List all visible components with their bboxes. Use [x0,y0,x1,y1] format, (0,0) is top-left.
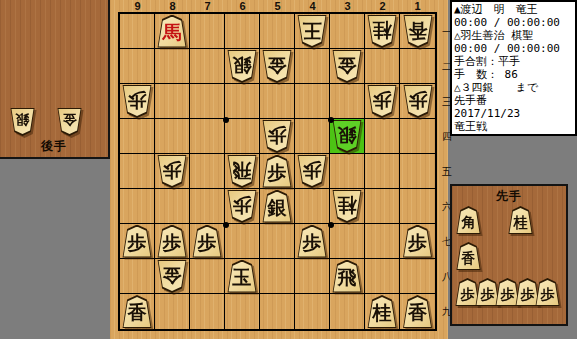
file-label-8: 8 [155,0,190,12]
koma-kanji: 銀 [16,109,30,133]
file-label-1: 1 [400,0,435,12]
square-38[interactable]: 飛 [330,259,365,294]
square-58[interactable] [260,259,295,294]
square-69[interactable] [225,294,260,329]
koma-kanji: 桂 [373,15,392,45]
koma-kanji: 飛 [338,263,357,293]
koma-wrap: 銀 [262,190,292,223]
koma-kanji: 歩 [461,282,475,306]
file-label-5: 5 [260,0,295,12]
hand-piece-gote-金-1[interactable]: 金 [57,108,82,136]
square-18[interactable] [400,259,435,294]
square-11[interactable]: 香 [400,14,435,49]
square-34[interactable]: 銀 [330,119,365,154]
square-24[interactable] [365,119,400,154]
koma-wrap: 歩 [262,120,292,153]
square-99[interactable]: 香 [120,294,155,329]
square-46[interactable] [295,189,330,224]
file-label-2: 2 [365,0,400,12]
square-17[interactable]: 歩 [400,224,435,259]
koma-wrap: 銀 [332,120,362,153]
koma-kanji: 歩 [163,228,182,258]
koma-kanji: 歩 [163,155,182,185]
koma-sente-玉-68[interactable]: 玉 [227,260,257,293]
square-67[interactable] [225,224,260,259]
square-93[interactable]: 歩 [120,84,155,119]
square-64[interactable] [225,119,260,154]
koma-gote-歩-45[interactable]: 歩 [297,155,327,188]
square-31[interactable] [330,14,365,49]
square-23[interactable]: 歩 [365,84,400,119]
koma-wrap: 香 [403,295,433,328]
square-72[interactable] [190,49,225,84]
koma-wrap: 歩 [367,85,397,118]
koma-wrap: 香 [403,15,433,48]
koma-wrap: 桂 [367,295,397,328]
hoshi-dot [223,222,229,228]
square-65[interactable]: 飛 [225,154,260,189]
event-line: 竜王戦 [454,120,573,133]
file-label-6: 6 [225,0,260,12]
square-84[interactable] [155,119,190,154]
koma-kanji: 銀 [268,193,287,223]
square-61[interactable] [225,14,260,49]
koma-kanji: 歩 [303,155,322,185]
file-label-4: 4 [295,0,330,12]
koma-kanji: 歩 [233,190,252,220]
koma-wrap: 歩 [262,155,292,188]
koma-kanji: 銀 [338,120,357,150]
koma-wrap: 歩 [157,225,187,258]
koma-kanji: 歩 [521,282,535,306]
square-42[interactable] [295,49,330,84]
hand-piece-gote-銀-0[interactable]: 銀 [10,108,35,136]
koma-wrap: 金 [332,50,362,83]
koma-sente-角[interactable]: 角 [456,206,481,234]
square-73[interactable] [190,84,225,119]
square-43[interactable] [295,84,330,119]
koma-kanji: 馬 [163,18,182,48]
last-move-line: △３四銀 まで [454,81,573,94]
square-36[interactable]: 桂 [330,189,365,224]
koma-kanji: 角 [462,210,476,234]
square-41[interactable]: 王 [295,14,330,49]
koma-wrap: 歩 [403,225,433,258]
koma-wrap: 桂 [332,190,362,223]
koma-sente-飛-38[interactable]: 飛 [332,260,362,293]
koma-kanji: 歩 [198,228,217,258]
koma-gote-金[interactable]: 金 [57,108,82,136]
koma-wrap: 歩 [535,278,560,306]
game-info-panel: ▲渡辺 明 竜王00:00 / 00:00:00△羽生善治 棋聖00:00 / … [450,0,577,136]
koma-wrap: 歩 [297,155,327,188]
koma-gote-銀[interactable]: 銀 [10,108,35,136]
koma-kanji: 歩 [128,228,147,258]
koma-sente-香[interactable]: 香 [456,242,481,270]
square-68[interactable]: 玉 [225,259,260,294]
move-count-line: 手 数： 86 [454,68,573,81]
koma-wrap: 香 [122,295,152,328]
koma-wrap: 歩 [297,225,327,258]
koma-kanji: 歩 [408,228,427,258]
koma-sente-香-19[interactable]: 香 [403,295,433,328]
shogi-board-panel: 987654321 馬王桂香銀金金歩歩歩歩銀歩飛歩歩歩銀桂歩歩歩歩歩金玉飛香桂香… [110,0,448,339]
hand-piece-sente-香-2[interactable]: 香 [456,242,481,270]
hand-piece-sente-歩-7[interactable]: 歩 [535,278,560,306]
square-53[interactable] [260,84,295,119]
koma-kanji: 歩 [541,282,555,306]
hoshi-dot [223,117,229,123]
square-32[interactable]: 金 [330,49,365,84]
koma-wrap: 角 [456,206,481,234]
koma-wrap: 飛 [332,260,362,293]
square-62[interactable]: 銀 [225,49,260,84]
koma-sente-桂[interactable]: 桂 [508,206,533,234]
koma-gote-歩-54[interactable]: 歩 [262,120,292,153]
square-97[interactable]: 歩 [120,224,155,259]
square-94[interactable] [120,119,155,154]
file-labels: 987654321 [120,0,435,12]
koma-kanji: 金 [63,109,77,133]
koma-wrap: 歩 [122,85,152,118]
koma-gote-金-32[interactable]: 金 [332,50,362,83]
koma-kanji: 金 [338,50,357,80]
square-87[interactable]: 歩 [155,224,190,259]
koma-kanji: 歩 [128,85,147,115]
koma-gote-金-88[interactable]: 金 [157,260,187,293]
koma-wrap: 飛 [227,155,257,188]
square-19[interactable]: 香 [400,294,435,329]
square-44[interactable] [295,119,330,154]
koma-kanji: 香 [408,15,427,45]
square-74[interactable] [190,119,225,154]
turn-line: 先手番 [454,94,573,107]
koma-kanji: 金 [268,50,287,80]
hoshi-dot [328,117,334,123]
koma-wrap: 歩 [227,190,257,223]
gote-hand-tray: 後手 銀金 [0,0,110,159]
koma-wrap: 桂 [367,15,397,48]
square-54[interactable]: 歩 [260,119,295,154]
square-25[interactable] [365,154,400,189]
koma-kanji: 桂 [373,298,392,328]
koma-wrap: 馬 [157,15,187,48]
square-95[interactable] [120,154,155,189]
koma-kanji: 歩 [501,282,515,306]
square-78[interactable] [190,259,225,294]
hand-piece-sente-桂-1[interactable]: 桂 [508,206,533,234]
square-79[interactable] [190,294,225,329]
koma-gote-香-11[interactable]: 香 [403,15,433,48]
koma-gote-桂-21[interactable]: 桂 [367,15,397,48]
square-76[interactable] [190,189,225,224]
koma-sente-歩[interactable]: 歩 [535,278,560,306]
koma-kanji: 金 [163,260,182,290]
koma-kanji: 歩 [481,282,495,306]
koma-kanji: 歩 [373,85,392,115]
file-label-9: 9 [120,0,155,12]
koma-kanji: 香 [408,298,427,328]
sente-hand-tray: 先手 角桂香歩歩歩歩歩 [450,184,568,326]
square-83[interactable] [155,84,190,119]
koma-kanji: 桂 [338,190,357,220]
koma-wrap: 歩 [192,225,222,258]
koma-wrap: 桂 [508,206,533,234]
koma-sente-歩-77[interactable]: 歩 [192,225,222,258]
sente-clock-line: 00:00 / 00:00:00 [454,16,573,29]
koma-wrap: 銀 [10,108,35,136]
koma-sente-歩-47[interactable]: 歩 [297,225,327,258]
square-91[interactable] [120,14,155,49]
koma-kanji: 桂 [514,210,528,234]
square-47[interactable]: 歩 [295,224,330,259]
koma-kanji: 王 [303,15,322,45]
square-92[interactable] [120,49,155,84]
square-39[interactable] [330,294,365,329]
sente-player-line: ▲渡辺 明 竜王 [454,3,573,16]
square-66[interactable]: 歩 [225,189,260,224]
square-89[interactable] [155,294,190,329]
square-33[interactable] [330,84,365,119]
square-16[interactable] [400,189,435,224]
koma-sente-馬-81[interactable]: 馬 [157,15,187,48]
square-37[interactable] [330,224,365,259]
square-13[interactable]: 歩 [400,84,435,119]
koma-wrap: 銀 [227,50,257,83]
koma-sente-桂-29[interactable]: 桂 [367,295,397,328]
koma-kanji: 歩 [408,85,427,115]
koma-kanji: 香 [462,246,476,270]
koma-gote-歩-13[interactable]: 歩 [403,85,433,118]
hoshi-dot [328,222,334,228]
square-82[interactable] [155,49,190,84]
koma-kanji: 銀 [233,50,252,80]
square-55[interactable]: 歩 [260,154,295,189]
koma-kanji: 飛 [233,155,252,185]
koma-sente-銀-56[interactable]: 銀 [262,190,292,223]
square-14[interactable] [400,119,435,154]
square-35[interactable] [330,154,365,189]
square-75[interactable] [190,154,225,189]
square-88[interactable]: 金 [155,259,190,294]
koma-gote-飛-65[interactable]: 飛 [227,155,257,188]
koma-wrap: 金 [262,50,292,83]
square-12[interactable] [400,49,435,84]
square-22[interactable] [365,49,400,84]
gote-player-line: △羽生善治 棋聖 [454,29,573,42]
square-15[interactable] [400,154,435,189]
koma-wrap: 香 [456,242,481,270]
koma-kanji: 香 [128,298,147,328]
square-63[interactable] [225,84,260,119]
date-line: 2017/11/23 [454,107,573,120]
square-56[interactable]: 銀 [260,189,295,224]
koma-gote-歩-85[interactable]: 歩 [157,155,187,188]
square-71[interactable] [190,14,225,49]
koma-wrap: 金 [57,108,82,136]
koma-gote-歩-23[interactable]: 歩 [367,85,397,118]
koma-gote-銀-34[interactable]: 銀 [332,120,362,153]
board-grid: 馬王桂香銀金金歩歩歩歩銀歩飛歩歩歩銀桂歩歩歩歩歩金玉飛香桂香 [118,12,437,331]
koma-wrap: 王 [297,15,327,48]
koma-sente-歩-87[interactable]: 歩 [157,225,187,258]
sente-tray-label: 先手 [452,188,566,205]
square-28[interactable] [365,259,400,294]
koma-gote-銀-62[interactable]: 銀 [227,50,257,83]
square-77[interactable]: 歩 [190,224,225,259]
square-59[interactable] [260,294,295,329]
handicap-line: 手合割：平手 [454,55,573,68]
koma-wrap: 歩 [403,85,433,118]
square-85[interactable]: 歩 [155,154,190,189]
hand-piece-sente-角-0[interactable]: 角 [456,206,481,234]
koma-gote-歩-93[interactable]: 歩 [122,85,152,118]
square-21[interactable]: 桂 [365,14,400,49]
koma-wrap: 歩 [157,155,187,188]
square-57[interactable] [260,224,295,259]
square-26[interactable] [365,189,400,224]
square-86[interactable] [155,189,190,224]
koma-sente-香-99[interactable]: 香 [122,295,152,328]
koma-kanji: 歩 [303,228,322,258]
koma-gote-桂-36[interactable]: 桂 [332,190,362,223]
gote-clock-line: 00:00 / 00:00:00 [454,42,573,55]
koma-sente-歩-17[interactable]: 歩 [403,225,433,258]
koma-gote-王-41[interactable]: 王 [297,15,327,48]
square-29[interactable]: 桂 [365,294,400,329]
koma-gote-歩-66[interactable]: 歩 [227,190,257,223]
square-45[interactable]: 歩 [295,154,330,189]
file-label-3: 3 [330,0,365,12]
gote-tray-label: 後手 [0,138,108,155]
square-98[interactable] [120,259,155,294]
koma-wrap: 金 [157,260,187,293]
square-48[interactable] [295,259,330,294]
square-81[interactable]: 馬 [155,14,190,49]
koma-kanji: 歩 [268,158,287,188]
square-49[interactable] [295,294,330,329]
square-27[interactable] [365,224,400,259]
file-label-7: 7 [190,0,225,12]
koma-gote-金-52[interactable]: 金 [262,50,292,83]
koma-wrap: 玉 [227,260,257,293]
square-51[interactable] [260,14,295,49]
koma-sente-歩-97[interactable]: 歩 [122,225,152,258]
koma-kanji: 玉 [233,263,252,293]
koma-sente-歩-55[interactable]: 歩 [262,155,292,188]
square-52[interactable]: 金 [260,49,295,84]
koma-wrap: 歩 [122,225,152,258]
koma-kanji: 歩 [268,120,287,150]
square-96[interactable] [120,189,155,224]
